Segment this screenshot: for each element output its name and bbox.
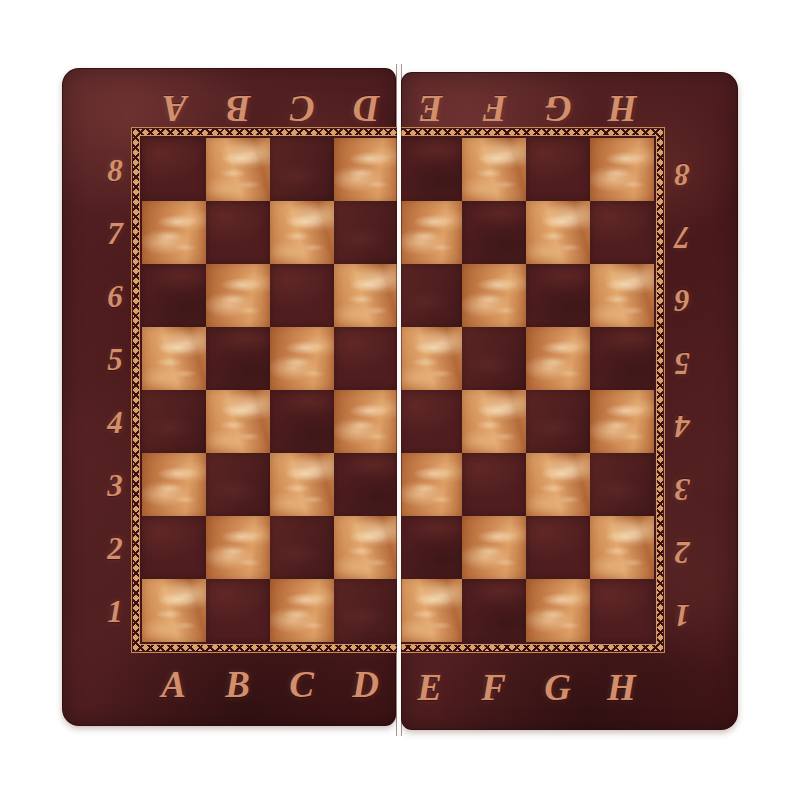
square-d2[interactable] [334, 516, 398, 579]
square-c7[interactable] [270, 201, 334, 264]
square-e8[interactable] [398, 138, 462, 201]
square-f2[interactable] [462, 516, 526, 579]
square-b2[interactable] [206, 516, 270, 579]
square-c5[interactable] [270, 327, 334, 390]
square-e4[interactable] [398, 390, 462, 453]
square-d7[interactable] [334, 201, 398, 264]
square-h6[interactable] [590, 264, 654, 327]
square-c4[interactable] [270, 390, 334, 453]
square-h3[interactable] [590, 453, 654, 516]
square-c8[interactable] [270, 138, 334, 201]
square-b8[interactable] [206, 138, 270, 201]
square-a3[interactable] [142, 453, 206, 516]
square-e5[interactable] [398, 327, 462, 390]
square-a4[interactable] [142, 390, 206, 453]
square-f3[interactable] [462, 453, 526, 516]
square-h1[interactable] [590, 579, 654, 642]
square-f5[interactable] [462, 327, 526, 390]
square-c3[interactable] [270, 453, 334, 516]
square-h4[interactable] [590, 390, 654, 453]
square-b6[interactable] [206, 264, 270, 327]
square-f8[interactable] [462, 138, 526, 201]
square-d6[interactable] [334, 264, 398, 327]
square-g3[interactable] [526, 453, 590, 516]
square-e6[interactable] [398, 264, 462, 327]
square-b1[interactable] [206, 579, 270, 642]
square-g5[interactable] [526, 327, 590, 390]
square-h5[interactable] [590, 327, 654, 390]
square-a6[interactable] [142, 264, 206, 327]
square-b7[interactable] [206, 201, 270, 264]
square-e7[interactable] [398, 201, 462, 264]
square-h7[interactable] [590, 201, 654, 264]
square-a7[interactable] [142, 201, 206, 264]
square-f7[interactable] [462, 201, 526, 264]
square-f4[interactable] [462, 390, 526, 453]
square-g4[interactable] [526, 390, 590, 453]
square-f6[interactable] [462, 264, 526, 327]
square-a8[interactable] [142, 138, 206, 201]
square-a1[interactable] [142, 579, 206, 642]
square-d1[interactable] [334, 579, 398, 642]
chessboard: AABBCCDDEEFFGGHH8877665544332211 [62, 66, 738, 734]
fold-seam [397, 64, 401, 736]
square-c6[interactable] [270, 264, 334, 327]
square-a2[interactable] [142, 516, 206, 579]
square-h8[interactable] [590, 138, 654, 201]
square-e3[interactable] [398, 453, 462, 516]
square-g2[interactable] [526, 516, 590, 579]
square-g7[interactable] [526, 201, 590, 264]
square-e2[interactable] [398, 516, 462, 579]
square-c1[interactable] [270, 579, 334, 642]
square-d8[interactable] [334, 138, 398, 201]
square-g6[interactable] [526, 264, 590, 327]
square-f1[interactable] [462, 579, 526, 642]
square-b4[interactable] [206, 390, 270, 453]
square-d3[interactable] [334, 453, 398, 516]
square-b5[interactable] [206, 327, 270, 390]
square-d5[interactable] [334, 327, 398, 390]
square-e1[interactable] [398, 579, 462, 642]
square-g1[interactable] [526, 579, 590, 642]
square-c2[interactable] [270, 516, 334, 579]
square-g8[interactable] [526, 138, 590, 201]
square-d4[interactable] [334, 390, 398, 453]
square-h2[interactable] [590, 516, 654, 579]
square-b3[interactable] [206, 453, 270, 516]
square-a5[interactable] [142, 327, 206, 390]
